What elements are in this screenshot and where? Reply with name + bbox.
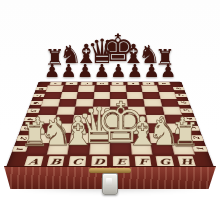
piece-black-knight: ♞ bbox=[60, 43, 82, 68]
square-a3 bbox=[32, 123, 54, 133]
file-label-far: B bbox=[65, 82, 77, 85]
rank-label-right: 4 bbox=[183, 117, 197, 122]
square-e1 bbox=[110, 143, 131, 154]
square-g1 bbox=[151, 143, 174, 154]
square-b1 bbox=[46, 143, 69, 154]
square-a7 bbox=[43, 92, 61, 99]
piece-black-king: ♚ bbox=[101, 30, 135, 68]
square-d7 bbox=[93, 92, 110, 99]
rank-label-left: 8 bbox=[35, 87, 47, 90]
rank-label-right: 8 bbox=[173, 87, 185, 90]
square-d5 bbox=[92, 107, 110, 115]
chess-set-photo: ABCDEFGH8877665544332211ABCDEFGH ♜♞♝♛♚♝♞… bbox=[0, 0, 220, 220]
square-f1 bbox=[130, 143, 152, 154]
square-f7 bbox=[126, 92, 143, 99]
clasp-latch-icon bbox=[102, 173, 118, 195]
square-g5 bbox=[145, 107, 164, 115]
file-label-far: E bbox=[112, 82, 123, 85]
piece-black-bishop: ♝ bbox=[74, 41, 98, 68]
rank-label-left: 6 bbox=[30, 101, 43, 105]
square-c7 bbox=[77, 92, 94, 99]
rank-label-right: 2 bbox=[189, 135, 204, 140]
square-a6 bbox=[41, 99, 60, 107]
piece-black-queen: ♛ bbox=[87, 35, 117, 69]
frame-corner bbox=[171, 82, 183, 86]
piece-black-pawn: ♟ bbox=[44, 62, 60, 80]
piece-black-rook: ♜ bbox=[45, 46, 65, 68]
rank-label-left: 7 bbox=[33, 94, 45, 98]
square-d1 bbox=[89, 143, 110, 154]
file-label-near: H bbox=[177, 156, 196, 167]
file-label-near: F bbox=[134, 156, 151, 167]
square-b2 bbox=[49, 133, 71, 143]
square-a4 bbox=[35, 115, 56, 124]
square-d2 bbox=[90, 133, 110, 143]
rank-label-left: 3 bbox=[20, 126, 34, 131]
square-a1 bbox=[25, 143, 49, 154]
rank-label-right: 6 bbox=[177, 101, 190, 105]
square-e4 bbox=[110, 115, 129, 124]
square-g7 bbox=[142, 92, 160, 99]
square-d3 bbox=[91, 123, 110, 133]
square-c1 bbox=[68, 143, 90, 154]
piece-black-pawn: ♟ bbox=[160, 62, 176, 80]
square-a5 bbox=[38, 107, 58, 115]
file-label-far: A bbox=[50, 82, 62, 85]
square-b3 bbox=[52, 123, 73, 133]
square-b4 bbox=[54, 115, 74, 124]
file-label-far: F bbox=[127, 82, 139, 85]
square-g6 bbox=[143, 99, 162, 107]
square-d4 bbox=[91, 115, 110, 124]
file-label-far: D bbox=[97, 82, 108, 85]
chess-board: ABCDEFGH8877665544332211ABCDEFGH bbox=[5, 82, 215, 170]
square-e2 bbox=[110, 133, 130, 143]
file-label-far: C bbox=[81, 82, 93, 85]
file-label-near: A bbox=[24, 156, 43, 167]
piece-black-pawn: ♟ bbox=[110, 62, 126, 80]
square-f3 bbox=[129, 123, 149, 133]
square-f5 bbox=[127, 107, 146, 115]
square-e5 bbox=[110, 107, 128, 115]
square-f4 bbox=[128, 115, 147, 124]
rank-label-left: 2 bbox=[16, 135, 31, 140]
file-label-near: D bbox=[91, 156, 107, 167]
square-e7 bbox=[110, 92, 127, 99]
square-g3 bbox=[147, 123, 168, 133]
file-label-near: B bbox=[46, 156, 64, 167]
square-g2 bbox=[149, 133, 171, 143]
square-b6 bbox=[58, 99, 77, 107]
square-f6 bbox=[127, 99, 145, 107]
piece-black-pawn: ♟ bbox=[143, 62, 159, 80]
file-label-near: E bbox=[113, 156, 129, 167]
square-g4 bbox=[146, 115, 166, 124]
file-label-near: C bbox=[68, 156, 85, 167]
piece-black-knight: ♞ bbox=[138, 43, 160, 68]
square-c2 bbox=[69, 133, 90, 143]
file-label-near: G bbox=[156, 156, 174, 167]
square-a2 bbox=[29, 133, 52, 143]
square-c6 bbox=[75, 99, 93, 107]
rank-label-left: 1 bbox=[12, 146, 28, 152]
square-d6 bbox=[93, 99, 110, 107]
file-label-far: H bbox=[158, 82, 170, 85]
piece-black-pawn: ♟ bbox=[61, 62, 77, 80]
piece-black-pawn: ♟ bbox=[94, 62, 110, 80]
square-c4 bbox=[73, 115, 92, 124]
rank-label-left: 5 bbox=[27, 108, 40, 112]
square-b7 bbox=[60, 92, 78, 99]
square-e3 bbox=[110, 123, 129, 133]
piece-black-bishop: ♝ bbox=[122, 41, 146, 68]
piece-black-pawn: ♟ bbox=[127, 62, 143, 80]
rank-label-right: 1 bbox=[192, 146, 208, 152]
square-f2 bbox=[129, 133, 150, 143]
rank-label-right: 7 bbox=[175, 94, 187, 98]
square-b5 bbox=[56, 107, 75, 115]
rank-label-left: 4 bbox=[24, 117, 38, 122]
piece-black-pawn: ♟ bbox=[77, 62, 93, 80]
file-label-far: G bbox=[143, 82, 155, 85]
piece-black-rook: ♜ bbox=[155, 46, 175, 68]
square-c5 bbox=[74, 107, 93, 115]
square-e6 bbox=[110, 99, 127, 107]
rank-label-right: 3 bbox=[186, 126, 200, 131]
square-c3 bbox=[71, 123, 91, 133]
rank-label-right: 5 bbox=[180, 108, 193, 112]
